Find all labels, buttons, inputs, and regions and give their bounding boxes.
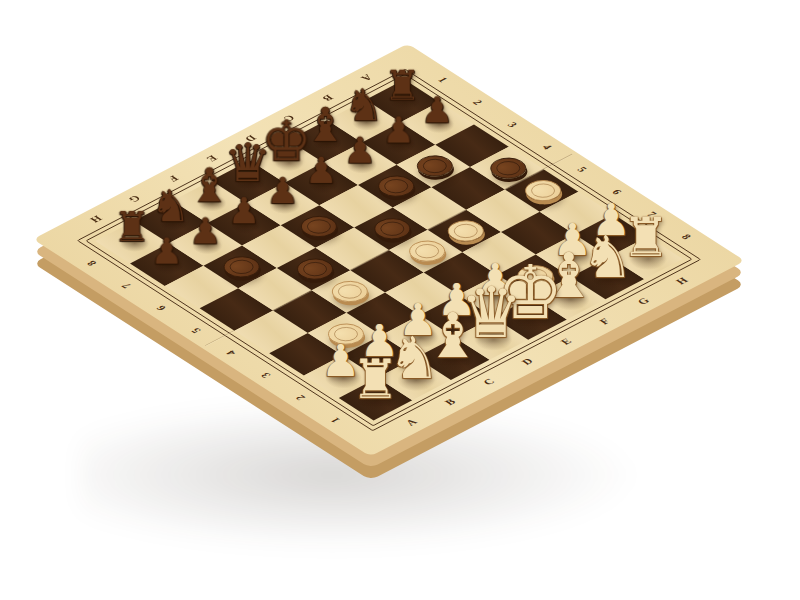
- rank-label-right-4: 4: [533, 139, 561, 155]
- pawn-glyph: ♟: [421, 92, 453, 128]
- pawn-glyph: ♟: [151, 234, 183, 270]
- rank-label-left-3: 3: [252, 367, 280, 383]
- knight-glyph: ♞: [344, 83, 383, 127]
- file-label-near-d: D: [513, 354, 541, 370]
- pawn-glyph: ♟: [228, 193, 260, 229]
- disc-groove: [526, 181, 561, 201]
- disc-groove: [224, 257, 259, 277]
- pawn-glyph: ♟: [189, 213, 221, 249]
- disc-groove: [302, 216, 337, 236]
- disc-groove: [375, 219, 410, 239]
- rank-label-right-5: 5: [568, 161, 596, 177]
- rank-label-left-7: 7: [113, 277, 141, 293]
- rank-label-right-8: 8: [672, 229, 700, 245]
- rank-label-left-4: 4: [217, 345, 245, 361]
- disc-groove: [298, 259, 333, 279]
- file-label-far-h: H: [82, 211, 110, 227]
- rank-label-left-2: 2: [286, 389, 314, 405]
- rank-label-left-8: 8: [78, 255, 106, 271]
- chess-board: AABBCCDDEEFFGGHH1122334455667788♜♞♝♛♚♝♞♜…: [33, 44, 745, 457]
- rank-label-left-1: 1: [321, 412, 349, 428]
- queen-glyph: ♛: [224, 136, 272, 189]
- file-label-near-h: H: [668, 273, 696, 289]
- knight-glyph: ♞: [151, 184, 190, 228]
- pawn-glyph: ♟: [344, 133, 376, 169]
- rook-glyph: ♜: [351, 353, 399, 407]
- file-label-near-b: B: [436, 394, 464, 410]
- file-label-near-f: F: [591, 313, 619, 329]
- rank-label-left-5: 5: [182, 322, 210, 338]
- rank-label-right-1: 1: [428, 72, 456, 88]
- rank-label-right-3: 3: [498, 117, 526, 133]
- rook-glyph: ♜: [114, 207, 151, 248]
- disc-groove: [410, 241, 445, 261]
- file-label-near-e: E: [552, 333, 580, 349]
- disc-groove: [418, 156, 453, 176]
- rook-glyph: ♜: [384, 66, 421, 107]
- pawn-glyph: ♟: [305, 153, 337, 189]
- pawn-glyph: ♟: [267, 173, 299, 209]
- file-label-near-g: G: [629, 293, 657, 309]
- pawn-glyph: ♟: [382, 113, 414, 149]
- disc-groove: [333, 281, 368, 301]
- bishop-glyph: ♝: [188, 161, 230, 208]
- disc-groove: [379, 176, 414, 196]
- file-label-near-a: A: [398, 414, 426, 430]
- disc-groove: [491, 158, 526, 178]
- rank-label-left-6: 6: [147, 300, 175, 316]
- product-photo-scene: AABBCCDDEEFFGGHH1122334455667788♜♞♝♛♚♝♞♜…: [0, 0, 800, 600]
- file-label-near-c: C: [475, 374, 503, 390]
- rank-label-right-2: 2: [463, 94, 491, 110]
- disc-groove: [448, 221, 483, 241]
